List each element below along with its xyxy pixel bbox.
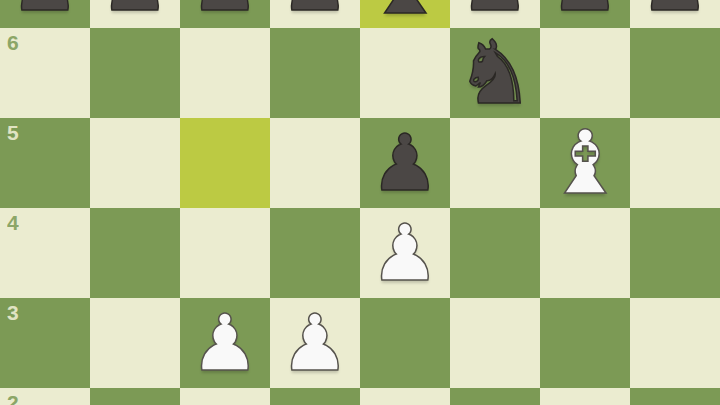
square-h6[interactable] (630, 28, 720, 118)
square-f6[interactable]: ♞ (450, 28, 540, 118)
square-d5[interactable] (270, 118, 360, 208)
black-pawn-g7[interactable]: ♟ (540, 0, 630, 28)
black-bishop-e7[interactable]: ♝ (360, 0, 450, 28)
square-f4[interactable] (450, 208, 540, 298)
square-a6[interactable]: 6 (0, 28, 90, 118)
white-bishop-g5[interactable]: ♝ (540, 118, 630, 208)
square-e4[interactable]: ♟ (360, 208, 450, 298)
square-c5[interactable] (180, 118, 270, 208)
square-d6[interactable] (270, 28, 360, 118)
square-g2[interactable] (540, 388, 630, 405)
square-c2[interactable] (180, 388, 270, 405)
square-c3[interactable]: ♟ (180, 298, 270, 388)
black-pawn-h7[interactable]: ♟ (630, 0, 720, 28)
square-e2[interactable] (360, 388, 450, 405)
square-d7[interactable]: ♟ (270, 0, 360, 28)
rank-label-6: 6 (7, 31, 19, 55)
chessboard-viewport: ♟♟♟♟♝♟♟♟6♞5♟♝4♟3♟♟2 (0, 0, 720, 405)
square-f2[interactable] (450, 388, 540, 405)
black-knight-f6[interactable]: ♞ (450, 28, 540, 118)
square-a7[interactable]: ♟ (0, 0, 90, 28)
square-h7[interactable]: ♟ (630, 0, 720, 28)
black-pawn-e5[interactable]: ♟ (360, 118, 450, 208)
square-h2[interactable] (630, 388, 720, 405)
square-a2[interactable]: 2 (0, 388, 90, 405)
black-pawn-b7[interactable]: ♟ (90, 0, 180, 28)
square-e6[interactable] (360, 28, 450, 118)
rank-label-2: 2 (7, 391, 19, 405)
square-d4[interactable] (270, 208, 360, 298)
rank-label-4: 4 (7, 211, 19, 235)
square-d3[interactable]: ♟ (270, 298, 360, 388)
square-b6[interactable] (90, 28, 180, 118)
black-pawn-c7[interactable]: ♟ (180, 0, 270, 28)
black-pawn-a7[interactable]: ♟ (0, 0, 90, 28)
square-b2[interactable] (90, 388, 180, 405)
chessboard: ♟♟♟♟♝♟♟♟6♞5♟♝4♟3♟♟2 (0, 0, 720, 405)
square-g5[interactable]: ♝ (540, 118, 630, 208)
white-pawn-c3[interactable]: ♟ (180, 298, 270, 388)
square-h4[interactable] (630, 208, 720, 298)
rank-label-3: 3 (7, 301, 19, 325)
square-a5[interactable]: 5 (0, 118, 90, 208)
rank-label-5: 5 (7, 121, 19, 145)
square-c6[interactable] (180, 28, 270, 118)
square-e7[interactable]: ♝ (360, 0, 450, 28)
square-b7[interactable]: ♟ (90, 0, 180, 28)
square-c7[interactable]: ♟ (180, 0, 270, 28)
square-f5[interactable] (450, 118, 540, 208)
white-pawn-e4[interactable]: ♟ (360, 208, 450, 298)
square-e3[interactable] (360, 298, 450, 388)
square-g3[interactable] (540, 298, 630, 388)
square-g7[interactable]: ♟ (540, 0, 630, 28)
square-h5[interactable] (630, 118, 720, 208)
square-b4[interactable] (90, 208, 180, 298)
square-g6[interactable] (540, 28, 630, 118)
square-b5[interactable] (90, 118, 180, 208)
square-c4[interactable] (180, 208, 270, 298)
square-h3[interactable] (630, 298, 720, 388)
square-a3[interactable]: 3 (0, 298, 90, 388)
square-e5[interactable]: ♟ (360, 118, 450, 208)
black-pawn-d7[interactable]: ♟ (270, 0, 360, 28)
square-a4[interactable]: 4 (0, 208, 90, 298)
square-d2[interactable] (270, 388, 360, 405)
square-f3[interactable] (450, 298, 540, 388)
white-pawn-d3[interactable]: ♟ (270, 298, 360, 388)
square-g4[interactable] (540, 208, 630, 298)
square-b3[interactable] (90, 298, 180, 388)
